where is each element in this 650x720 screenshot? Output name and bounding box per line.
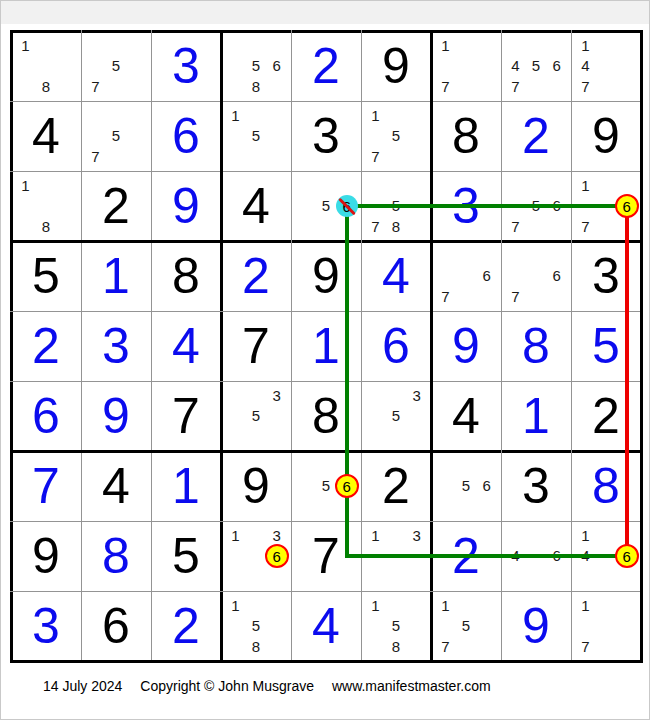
given-digit: 8	[312, 391, 340, 441]
cell-r3c1[interactable]: 18	[11, 171, 81, 241]
solved-digit: 2	[312, 41, 340, 91]
cell-r7c8[interactable]: 3	[501, 451, 571, 521]
cell-r7c9[interactable]: 8	[571, 451, 641, 521]
candidate-7: 7	[85, 76, 106, 97]
cell-r5c2[interactable]: 3	[81, 311, 151, 381]
pencil-marks: 57	[81, 101, 151, 171]
cell-r6c5[interactable]: 8	[291, 381, 361, 451]
footer-copyright: Copyright © John Musgrave	[140, 678, 314, 694]
cell-r6c3[interactable]: 7	[151, 381, 221, 451]
cell-r7c2[interactable]: 4	[81, 451, 151, 521]
candidate-5: 5	[316, 196, 337, 217]
solved-digit: 8	[522, 321, 550, 371]
given-digit: 7	[172, 391, 200, 441]
given-digit: 8	[452, 111, 480, 161]
cell-r1c3[interactable]: 3	[151, 31, 221, 101]
solved-digit: 3	[32, 601, 60, 651]
cell-r4c5[interactable]: 9	[291, 241, 361, 311]
pencil-marks: 568	[221, 31, 291, 101]
candidate-7: 7	[505, 286, 526, 307]
candidate-5: 5	[456, 476, 477, 497]
candidate-8: 8	[386, 636, 407, 657]
candidate-1: 1	[575, 525, 596, 546]
cell-r3c4[interactable]: 4	[221, 171, 291, 241]
pencil-marks: 57	[81, 31, 151, 101]
candidate-7: 7	[575, 636, 596, 657]
cell-r5c8[interactable]: 8	[501, 311, 571, 381]
cell-r4c3[interactable]: 8	[151, 241, 221, 311]
given-digit: 2	[382, 461, 410, 511]
solved-digit: 6	[32, 391, 60, 441]
cell-r5c7[interactable]: 9	[431, 311, 501, 381]
cell-r3c3[interactable]: 9	[151, 171, 221, 241]
candidate-5: 5	[246, 126, 267, 147]
cell-r1c8[interactable]: 4567	[501, 31, 571, 101]
cell-r2c3[interactable]: 6	[151, 101, 221, 171]
given-digit: 6	[102, 601, 130, 651]
cell-r7c6[interactable]: 2	[361, 451, 431, 521]
candidate-8: 8	[246, 76, 267, 97]
solved-digit: 9	[522, 601, 550, 651]
candidate-7: 7	[435, 286, 456, 307]
given-digit: 3	[522, 461, 550, 511]
cell-r9c4[interactable]: 158	[221, 591, 291, 661]
pencil-marks: 4567	[501, 31, 571, 101]
cell-r3c2[interactable]: 2	[81, 171, 151, 241]
cell-r9c8[interactable]: 9	[501, 591, 571, 661]
given-digit: 9	[382, 41, 410, 91]
solved-digit: 9	[172, 181, 200, 231]
solved-digit: 7	[32, 461, 60, 511]
candidate-7: 7	[435, 76, 456, 97]
cell-r7c7[interactable]: 56	[431, 451, 501, 521]
candidate-3: 3	[406, 525, 427, 546]
given-digit: 3	[592, 251, 620, 301]
cell-r9c2[interactable]: 6	[81, 591, 151, 661]
pencil-marks: 35	[221, 381, 291, 451]
candidate-1: 1	[575, 175, 596, 196]
given-digit: 9	[32, 531, 60, 581]
cell-r1c7[interactable]: 17	[431, 31, 501, 101]
cell-r6c7[interactable]: 4	[431, 381, 501, 451]
top-band	[1, 1, 649, 24]
candidate-3: 3	[266, 525, 287, 546]
solved-digit: 4	[312, 601, 340, 651]
given-digit: 7	[312, 531, 340, 581]
footer-date: 14 July 2024	[43, 678, 122, 694]
candidate-1: 1	[365, 595, 386, 616]
cell-r4c4[interactable]: 2	[221, 241, 291, 311]
chain-link-green-1	[347, 204, 629, 208]
given-digit: 5	[172, 531, 200, 581]
solved-digit: 9	[102, 391, 130, 441]
candidate-5: 5	[106, 126, 127, 147]
cell-r4c1[interactable]: 5	[11, 241, 81, 311]
chain-link-green-3	[347, 554, 629, 558]
page: 1857356829174567147457615315782918294565…	[0, 0, 650, 720]
candidate-5: 5	[246, 616, 267, 637]
solved-digit: 1	[102, 251, 130, 301]
given-digit: 7	[242, 321, 270, 371]
solved-digit: 4	[382, 251, 410, 301]
candidate-5: 5	[456, 616, 477, 637]
cell-r6c4[interactable]: 35	[221, 381, 291, 451]
cell-r2c7[interactable]: 8	[431, 101, 501, 171]
cell-r9c7[interactable]: 157	[431, 591, 501, 661]
cell-r2c5[interactable]: 3	[291, 101, 361, 171]
pencil-marks: 67	[501, 241, 571, 311]
solved-digit: 1	[522, 391, 550, 441]
given-digit: 5	[32, 251, 60, 301]
candidate-5: 5	[246, 56, 267, 77]
candidate-5: 5	[526, 56, 547, 77]
solved-digit: 2	[32, 321, 60, 371]
candidate-5: 5	[386, 126, 407, 147]
candidate-1: 1	[15, 35, 36, 56]
cell-r1c9[interactable]: 147	[571, 31, 641, 101]
candidate-7: 7	[505, 76, 526, 97]
cell-r6c9[interactable]: 2	[571, 381, 641, 451]
solved-digit: 2	[522, 111, 550, 161]
cell-r2c6[interactable]: 157	[361, 101, 431, 171]
given-digit: 9	[242, 461, 270, 511]
candidate-7: 7	[575, 216, 596, 237]
solved-digit: 3	[172, 41, 200, 91]
cell-r4c2[interactable]: 1	[81, 241, 151, 311]
given-digit: 2	[592, 391, 620, 441]
solved-digit: 2	[172, 601, 200, 651]
pencil-marks: 147	[571, 31, 641, 101]
cell-r1c5[interactable]: 2	[291, 31, 361, 101]
candidate-5: 5	[246, 406, 267, 427]
cell-r6c8[interactable]: 1	[501, 381, 571, 451]
candidate-7: 7	[365, 146, 386, 167]
cell-r8c3[interactable]: 5	[151, 521, 221, 591]
cell-r2c2[interactable]: 57	[81, 101, 151, 171]
pencil-marks: 35	[361, 381, 431, 451]
pencil-marks: 17	[431, 31, 501, 101]
solved-digit: 5	[592, 321, 620, 371]
cell-r1c1[interactable]: 18	[11, 31, 81, 101]
cell-r5c6[interactable]: 6	[361, 311, 431, 381]
cell-r6c2[interactable]: 9	[81, 381, 151, 451]
cell-r2c9[interactable]: 9	[571, 101, 641, 171]
cell-r7c4[interactable]: 9	[221, 451, 291, 521]
cell-r2c8[interactable]: 2	[501, 101, 571, 171]
cell-r9c6[interactable]: 158	[361, 591, 431, 661]
cell-r5c4[interactable]: 7	[221, 311, 291, 381]
candidate-4: 4	[575, 56, 596, 77]
solved-digit: 8	[102, 531, 130, 581]
pencil-marks: 56	[431, 451, 501, 521]
candidate-1: 1	[225, 525, 246, 546]
cell-r4c7[interactable]: 67	[431, 241, 501, 311]
given-digit: 9	[592, 111, 620, 161]
cell-r5c3[interactable]: 4	[151, 311, 221, 381]
candidate-8: 8	[246, 636, 267, 657]
pencil-marks: 17	[571, 591, 641, 661]
cell-r1c4[interactable]: 568	[221, 31, 291, 101]
pencil-marks: 158	[361, 591, 431, 661]
cell-r4c8[interactable]: 67	[501, 241, 571, 311]
given-digit: 8	[172, 251, 200, 301]
solved-digit: 1	[312, 321, 340, 371]
candidate-6: 6	[476, 266, 497, 287]
candidate-5: 5	[316, 476, 337, 497]
candidate-1: 1	[575, 35, 596, 56]
cell-r9c3[interactable]: 2	[151, 591, 221, 661]
cell-r2c4[interactable]: 15	[221, 101, 291, 171]
candidate-1: 1	[435, 35, 456, 56]
cell-r1c2[interactable]: 57	[81, 31, 151, 101]
chain-node-r7c5: 6	[335, 474, 359, 498]
cell-r4c9[interactable]: 3	[571, 241, 641, 311]
solved-digit: 2	[242, 251, 270, 301]
pencil-marks: 18	[11, 31, 81, 101]
chain-link-red-2	[625, 206, 629, 558]
pencil-marks: 157	[361, 101, 431, 171]
chain-node-r8c4: 6	[265, 544, 289, 568]
candidate-6: 6	[546, 266, 567, 287]
given-digit: 9	[312, 251, 340, 301]
cell-r7c3[interactable]: 1	[151, 451, 221, 521]
candidate-7: 7	[505, 216, 526, 237]
candidate-6: 6	[546, 56, 567, 77]
chain-node-r3c9: 6	[615, 194, 639, 218]
candidate-8: 8	[36, 76, 57, 97]
given-digit: 4	[242, 181, 270, 231]
given-digit: 3	[312, 111, 340, 161]
cell-r5c9[interactable]: 5	[571, 311, 641, 381]
given-digit: 2	[102, 181, 130, 231]
cell-r6c6[interactable]: 35	[361, 381, 431, 451]
candidate-3: 3	[266, 385, 287, 406]
sudoku-board[interactable]: 1857356829174567147457615315782918294565…	[11, 31, 641, 661]
candidate-8: 8	[36, 216, 57, 237]
pencil-marks: 18	[11, 171, 81, 241]
solved-digit: 6	[172, 111, 200, 161]
pencil-marks: 15	[221, 101, 291, 171]
given-digit: 4	[452, 391, 480, 441]
cell-r9c5[interactable]: 4	[291, 591, 361, 661]
candidate-1: 1	[365, 105, 386, 126]
candidate-7: 7	[85, 146, 106, 167]
pencil-marks: 157	[431, 591, 501, 661]
solved-digit: 9	[452, 321, 480, 371]
cell-r4c6[interactable]: 4	[361, 241, 431, 311]
chain-link-green-4	[345, 206, 349, 558]
cell-r6c1[interactable]: 6	[11, 381, 81, 451]
cell-r8c1[interactable]: 9	[11, 521, 81, 591]
solved-digit: 4	[172, 321, 200, 371]
candidate-1: 1	[225, 595, 246, 616]
chain-node-r8c9: 6	[615, 544, 639, 568]
candidate-5: 5	[386, 406, 407, 427]
solved-digit: 3	[102, 321, 130, 371]
candidate-1: 1	[435, 595, 456, 616]
candidate-5: 5	[106, 56, 127, 77]
footer-website: www.manifestmaster.com	[332, 678, 491, 694]
cell-r1c6[interactable]: 9	[361, 31, 431, 101]
pencil-marks: 158	[221, 591, 291, 661]
candidate-7: 7	[435, 636, 456, 657]
candidate-1: 1	[365, 525, 386, 546]
footer: 14 July 2024 Copyright © John Musgrave w…	[43, 678, 505, 694]
pencil-marks: 67	[431, 241, 501, 311]
cell-r2c1[interactable]: 4	[11, 101, 81, 171]
candidate-8: 8	[386, 216, 407, 237]
candidate-1: 1	[225, 105, 246, 126]
cell-r9c9[interactable]: 17	[571, 591, 641, 661]
given-digit: 4	[32, 111, 60, 161]
candidate-5: 5	[386, 616, 407, 637]
cell-r7c1[interactable]: 7	[11, 451, 81, 521]
given-digit: 4	[102, 461, 130, 511]
candidate-1: 1	[15, 175, 36, 196]
cell-r8c2[interactable]: 8	[81, 521, 151, 591]
cell-r5c5[interactable]: 1	[291, 311, 361, 381]
candidate-6: 6	[476, 476, 497, 497]
candidate-7: 7	[575, 76, 596, 97]
solved-digit: 8	[592, 461, 620, 511]
candidate-7: 7	[365, 216, 386, 237]
solved-digit: 6	[382, 321, 410, 371]
candidate-3: 3	[406, 385, 427, 406]
candidate-6: 6	[266, 56, 287, 77]
candidate-4: 4	[505, 56, 526, 77]
solved-digit: 1	[172, 461, 200, 511]
cell-r9c1[interactable]: 3	[11, 591, 81, 661]
cell-r5c1[interactable]: 2	[11, 311, 81, 381]
candidate-1: 1	[575, 595, 596, 616]
